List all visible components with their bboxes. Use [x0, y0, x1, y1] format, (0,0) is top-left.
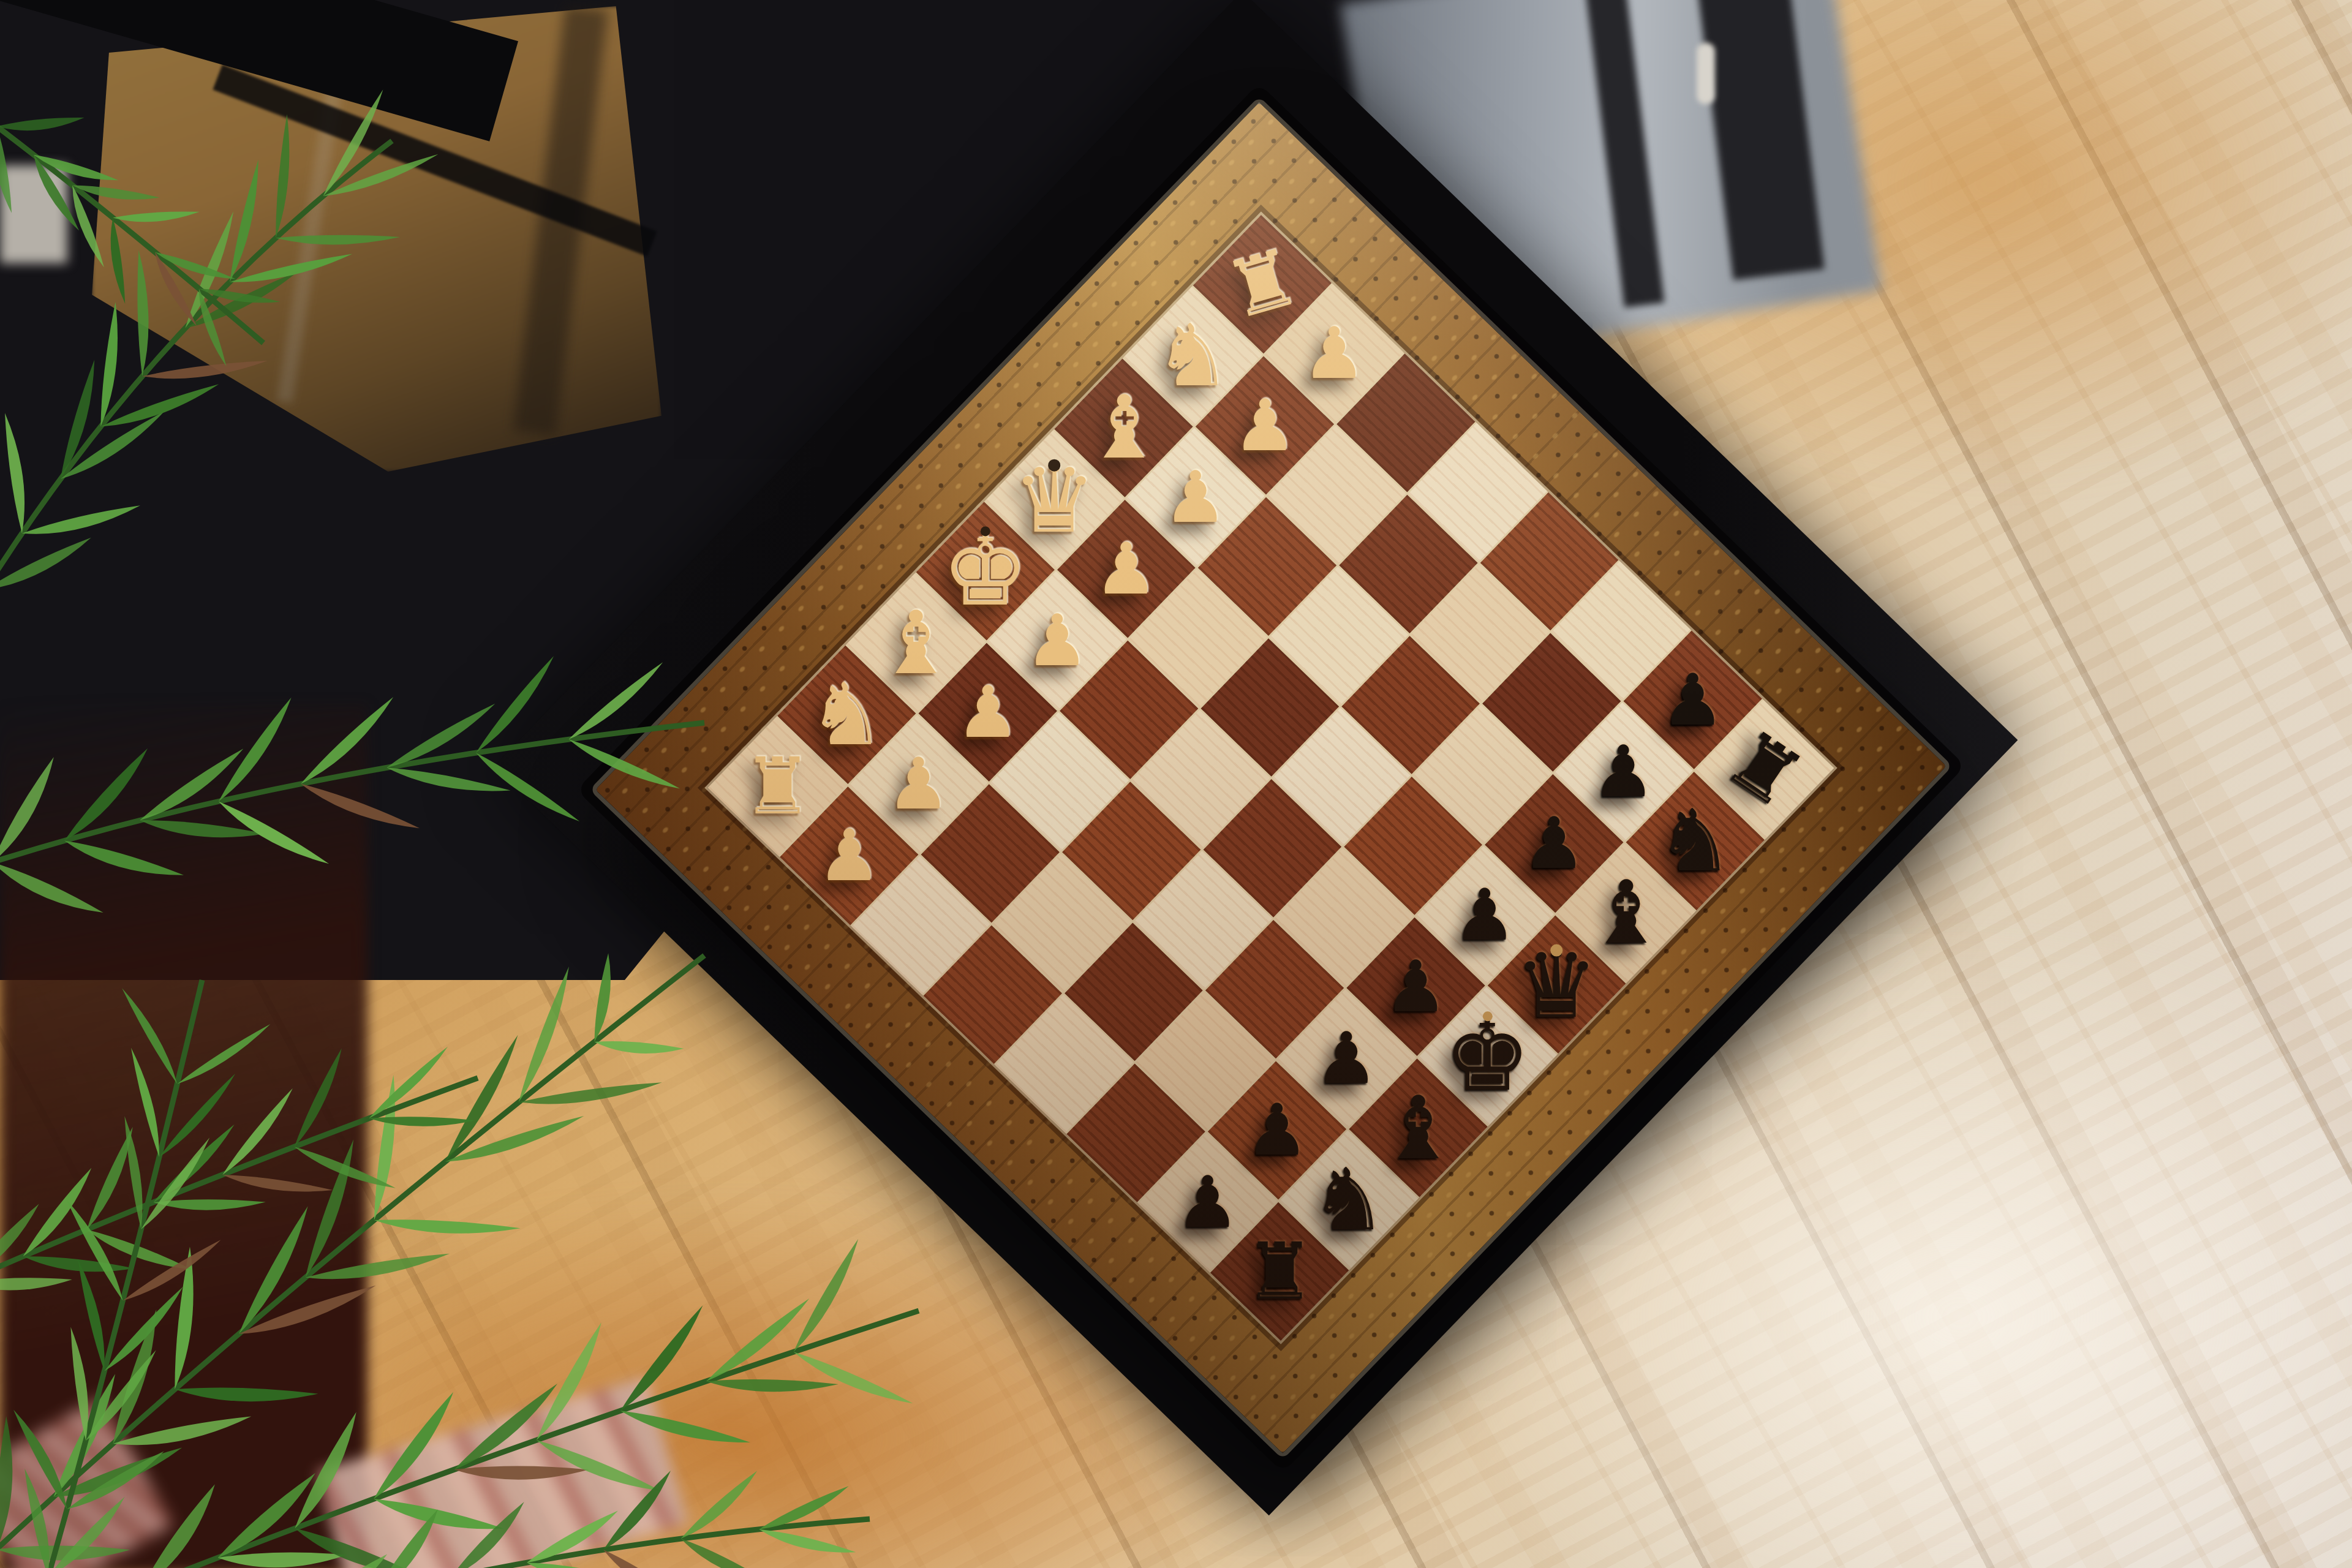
- piece-black-pawn[interactable]: ♟: [1384, 951, 1447, 1022]
- piece-black-bishop[interactable]: ♝: [1587, 869, 1665, 956]
- door-handle: [1697, 43, 1715, 104]
- wall-glimpse: [0, 165, 67, 263]
- piece-black-queen[interactable]: ♛: [1515, 938, 1599, 1031]
- piece-white-pawn[interactable]: ♟: [817, 820, 881, 891]
- piece-black-knight[interactable]: ♞: [1310, 1157, 1387, 1243]
- piece-white-knight[interactable]: ♞: [1155, 313, 1232, 399]
- piece-black-knight[interactable]: ♞: [1657, 798, 1734, 884]
- piece-white-queen[interactable]: ♛: [1012, 453, 1096, 546]
- piece-white-pawn[interactable]: ♟: [1233, 390, 1297, 461]
- piece-white-pawn[interactable]: ♟: [1025, 605, 1089, 676]
- piece-white-pawn[interactable]: ♟: [1164, 461, 1227, 532]
- piece-black-pawn[interactable]: ♟: [1592, 736, 1656, 807]
- piece-white-pawn[interactable]: ♟: [1302, 318, 1366, 389]
- scene: ♜♞♝♚♛♝♞♜♟♟♟♟♟♟♟♟♟♟♟♟♟♟♟♟♜♞♝♚♛♝♞♜: [0, 0, 2352, 1568]
- contrasting-finial: [1551, 944, 1563, 956]
- piece-black-pawn[interactable]: ♟: [1523, 808, 1586, 879]
- piece-white-pawn[interactable]: ♟: [956, 677, 1019, 748]
- piece-black-rook[interactable]: ♜: [1245, 1232, 1315, 1311]
- piece-white-rook[interactable]: ♜: [1218, 237, 1307, 332]
- piece-black-pawn[interactable]: ♟: [1453, 880, 1517, 951]
- contrasting-finial: [1048, 459, 1060, 471]
- piece-black-pawn[interactable]: ♟: [1314, 1023, 1378, 1095]
- piece-black-pawn[interactable]: ♟: [1245, 1095, 1309, 1166]
- contrasting-finial: [1482, 1012, 1492, 1022]
- piece-white-bishop[interactable]: ♝: [1085, 384, 1163, 471]
- piece-black-pawn[interactable]: ♟: [1661, 665, 1725, 736]
- contrasting-finial: [980, 527, 990, 537]
- piece-white-rook[interactable]: ♜: [742, 747, 813, 826]
- piece-white-knight[interactable]: ♞: [808, 672, 885, 758]
- piece-black-pawn[interactable]: ♟: [1176, 1167, 1240, 1238]
- piece-white-pawn[interactable]: ♟: [886, 748, 950, 820]
- piece-white-pawn[interactable]: ♟: [1095, 533, 1158, 605]
